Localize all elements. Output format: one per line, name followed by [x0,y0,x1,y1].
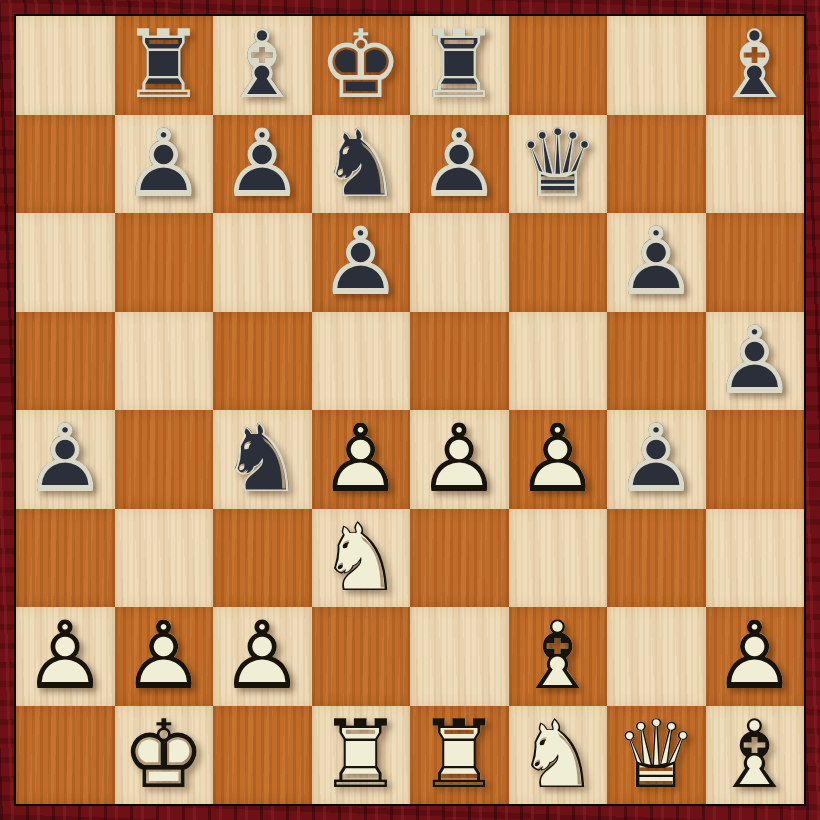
square-e7[interactable]: ♟♙ [410,115,509,214]
white-pawn-e4[interactable]: ♟♙ [410,410,509,509]
black-pawn-outline-icon: ♙ [115,115,214,214]
square-c3[interactable] [213,509,312,608]
black-knight-d7[interactable]: ♞♘ [312,115,411,214]
white-king-outline-icon: ♔ [115,706,214,805]
black-bishop-outline-icon: ♗ [706,16,805,115]
white-pawn-outline-icon: ♙ [213,607,312,706]
square-g1[interactable]: ♛♕ [607,706,706,805]
square-b5[interactable] [115,312,214,411]
square-d8[interactable]: ♚♔ [312,16,411,115]
white-pawn-h2[interactable]: ♟♙ [706,607,805,706]
square-c6[interactable] [213,213,312,312]
square-c5[interactable] [213,312,312,411]
square-c2[interactable]: ♟♙ [213,607,312,706]
white-pawn-outline-icon: ♙ [115,607,214,706]
white-rook-e1[interactable]: ♜♖ [410,706,509,805]
black-knight-outline-icon: ♘ [312,115,411,214]
square-a3[interactable] [16,509,115,608]
square-d7[interactable]: ♞♘ [312,115,411,214]
square-d6[interactable]: ♟♙ [312,213,411,312]
square-h6[interactable] [706,213,805,312]
square-f8[interactable] [509,16,608,115]
black-pawn-e7[interactable]: ♟♙ [410,115,509,214]
square-b7[interactable]: ♟♙ [115,115,214,214]
black-rook-e8[interactable]: ♜♖ [410,16,509,115]
square-g2[interactable] [607,607,706,706]
black-pawn-b7[interactable]: ♟♙ [115,115,214,214]
square-g7[interactable] [607,115,706,214]
white-rook-outline-icon: ♖ [410,706,509,805]
square-h4[interactable] [706,410,805,509]
black-pawn-a4[interactable]: ♟♙ [16,410,115,509]
square-g4[interactable]: ♟♙ [607,410,706,509]
square-d2[interactable] [312,607,411,706]
square-e8[interactable]: ♜♖ [410,16,509,115]
black-pawn-outline-icon: ♙ [213,115,312,214]
black-bishop-h8[interactable]: ♝♗ [706,16,805,115]
square-e2[interactable] [410,607,509,706]
white-pawn-f4[interactable]: ♟♙ [509,410,608,509]
square-g8[interactable] [607,16,706,115]
black-pawn-g4[interactable]: ♟♙ [607,410,706,509]
square-f5[interactable] [509,312,608,411]
square-c4[interactable]: ♞♘ [213,410,312,509]
white-pawn-c2[interactable]: ♟♙ [213,607,312,706]
white-pawn-outline-icon: ♙ [410,410,509,509]
square-h1[interactable]: ♝♗ [706,706,805,805]
square-f7[interactable]: ♛♕ [509,115,608,214]
black-king-d8[interactable]: ♚♔ [312,16,411,115]
black-knight-c4[interactable]: ♞♘ [213,410,312,509]
white-bishop-outline-icon: ♗ [706,706,805,805]
square-h7[interactable] [706,115,805,214]
white-rook-outline-icon: ♖ [312,706,411,805]
square-b8[interactable]: ♜♖ [115,16,214,115]
black-pawn-h5[interactable]: ♟♙ [706,312,805,411]
square-h3[interactable] [706,509,805,608]
square-g6[interactable]: ♟♙ [607,213,706,312]
black-rook-outline-icon: ♖ [115,16,214,115]
black-pawn-outline-icon: ♙ [16,410,115,509]
white-pawn-d4[interactable]: ♟♙ [312,410,411,509]
square-h5[interactable]: ♟♙ [706,312,805,411]
white-pawn-a2[interactable]: ♟♙ [16,607,115,706]
square-f6[interactable] [509,213,608,312]
black-bishop-c8[interactable]: ♝♗ [213,16,312,115]
square-f1[interactable]: ♞♘ [509,706,608,805]
white-knight-d3[interactable]: ♞♘ [312,509,411,608]
square-e3[interactable] [410,509,509,608]
white-pawn-outline-icon: ♙ [312,410,411,509]
black-pawn-outline-icon: ♙ [607,213,706,312]
black-queen-f7[interactable]: ♛♕ [509,115,608,214]
square-c8[interactable]: ♝♗ [213,16,312,115]
white-bishop-f2[interactable]: ♝♗ [509,607,608,706]
square-e4[interactable]: ♟♙ [410,410,509,509]
square-b3[interactable] [115,509,214,608]
square-a2[interactable]: ♟♙ [16,607,115,706]
white-queen-g1[interactable]: ♛♕ [607,706,706,805]
black-pawn-outline-icon: ♙ [607,410,706,509]
square-b2[interactable]: ♟♙ [115,607,214,706]
square-d5[interactable] [312,312,411,411]
square-d1[interactable]: ♜♖ [312,706,411,805]
black-rook-outline-icon: ♖ [410,16,509,115]
square-g5[interactable] [607,312,706,411]
white-pawn-outline-icon: ♙ [706,607,805,706]
square-c7[interactable]: ♟♙ [213,115,312,214]
white-knight-outline-icon: ♘ [509,706,608,805]
white-knight-f1[interactable]: ♞♘ [509,706,608,805]
square-b1[interactable]: ♚♔ [115,706,214,805]
black-knight-outline-icon: ♘ [213,410,312,509]
black-queen-outline-icon: ♕ [509,115,608,214]
black-rook-b8[interactable]: ♜♖ [115,16,214,115]
square-e6[interactable] [410,213,509,312]
square-f3[interactable] [509,509,608,608]
square-c1[interactable] [213,706,312,805]
square-a6[interactable] [16,213,115,312]
square-f2[interactable]: ♝♗ [509,607,608,706]
white-pawn-outline-icon: ♙ [16,607,115,706]
square-h2[interactable]: ♟♙ [706,607,805,706]
black-king-outline-icon: ♔ [312,16,411,115]
white-king-b1[interactable]: ♚♔ [115,706,214,805]
white-rook-d1[interactable]: ♜♖ [312,706,411,805]
square-a4[interactable]: ♟♙ [16,410,115,509]
white-bishop-outline-icon: ♗ [509,607,608,706]
white-knight-outline-icon: ♘ [312,509,411,608]
square-b4[interactable] [115,410,214,509]
square-h8[interactable]: ♝♗ [706,16,805,115]
square-f4[interactable]: ♟♙ [509,410,608,509]
black-bishop-outline-icon: ♗ [213,16,312,115]
white-pawn-b2[interactable]: ♟♙ [115,607,214,706]
white-queen-outline-icon: ♕ [607,706,706,805]
square-d3[interactable]: ♞♘ [312,509,411,608]
square-g3[interactable] [607,509,706,608]
square-b6[interactable] [115,213,214,312]
black-pawn-outline-icon: ♙ [410,115,509,214]
black-pawn-d6[interactable]: ♟♙ [312,213,411,312]
square-a1[interactable] [16,706,115,805]
square-e1[interactable]: ♜♖ [410,706,509,805]
black-pawn-c7[interactable]: ♟♙ [213,115,312,214]
square-a8[interactable] [16,16,115,115]
black-pawn-outline-icon: ♙ [312,213,411,312]
chess-board: ♜♖♝♗♚♔♜♖♝♗♟♙♟♙♞♘♟♙♛♕♟♙♟♙♟♙♟♙♞♘♟♙♟♙♟♙♟♙♞♘… [14,14,806,806]
square-d4[interactable]: ♟♙ [312,410,411,509]
square-a5[interactable] [16,312,115,411]
square-a7[interactable] [16,115,115,214]
black-pawn-g6[interactable]: ♟♙ [607,213,706,312]
white-bishop-h1[interactable]: ♝♗ [706,706,805,805]
square-e5[interactable] [410,312,509,411]
white-pawn-outline-icon: ♙ [509,410,608,509]
black-pawn-outline-icon: ♙ [706,312,805,411]
